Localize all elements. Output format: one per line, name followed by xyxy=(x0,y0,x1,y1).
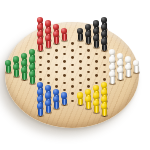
board-hole xyxy=(71,71,74,74)
peg-body xyxy=(6,65,11,73)
board-hole xyxy=(63,74,66,77)
peg-body xyxy=(14,69,19,77)
board-hole xyxy=(95,60,98,63)
peg-body xyxy=(102,108,107,116)
board-hole xyxy=(79,60,82,63)
board-hole xyxy=(87,85,90,88)
board-hole xyxy=(63,89,66,92)
peg-blue xyxy=(61,92,68,105)
board-hole xyxy=(71,64,74,67)
board-hole xyxy=(39,71,42,74)
board-hole xyxy=(71,56,74,59)
peg-yellow xyxy=(77,92,84,105)
peg-white xyxy=(125,64,132,77)
peg-body xyxy=(134,65,139,73)
peg-body xyxy=(86,101,91,109)
peg-head xyxy=(77,92,84,98)
board-hole xyxy=(71,100,74,103)
peg-body xyxy=(38,44,43,52)
peg-body xyxy=(54,36,59,44)
peg-red xyxy=(45,35,52,48)
peg-body xyxy=(62,98,67,106)
peg-head xyxy=(13,56,20,62)
peg-body xyxy=(94,40,99,48)
board-hole xyxy=(103,64,106,67)
board-hole xyxy=(71,92,74,95)
board-hole xyxy=(71,42,74,45)
peg-head xyxy=(109,56,116,62)
peg-head xyxy=(45,100,52,106)
peg-black xyxy=(101,38,108,51)
board-hole xyxy=(63,60,66,63)
peg-head xyxy=(93,28,100,34)
peg-white xyxy=(133,60,140,73)
peg-green xyxy=(5,60,12,73)
peg-body xyxy=(78,33,83,41)
board-hole xyxy=(71,49,74,52)
board-hole xyxy=(47,67,50,70)
board-hole xyxy=(55,64,58,67)
peg-head xyxy=(93,92,100,98)
peg-head xyxy=(93,20,100,26)
peg-head xyxy=(29,64,36,70)
peg-yellow xyxy=(101,103,108,116)
peg-body xyxy=(22,72,27,80)
board-hole xyxy=(79,53,82,56)
peg-body xyxy=(126,69,131,77)
peg-body xyxy=(118,72,123,80)
board-hole xyxy=(103,78,106,81)
peg-green xyxy=(29,71,36,84)
peg-black xyxy=(77,28,84,41)
peg-head xyxy=(13,64,20,70)
peg-body xyxy=(46,105,51,113)
peg-body xyxy=(102,44,107,52)
board-hole xyxy=(39,64,42,67)
peg-red xyxy=(61,28,68,41)
board-hole xyxy=(63,53,66,56)
board-hole xyxy=(79,82,82,85)
peg-head xyxy=(37,38,44,44)
board-hole xyxy=(103,71,106,74)
peg-body xyxy=(94,105,99,113)
peg-and-hole-layer xyxy=(0,0,150,150)
board-hole xyxy=(95,53,98,56)
board-hole xyxy=(47,53,50,56)
board-hole xyxy=(79,67,82,70)
peg-head xyxy=(61,92,68,98)
peg-head xyxy=(45,92,52,98)
board-hole xyxy=(55,85,58,88)
peg-body xyxy=(86,36,91,44)
board-hole xyxy=(47,60,50,63)
board-hole xyxy=(79,46,82,49)
peg-body xyxy=(62,33,67,41)
peg-head xyxy=(109,64,116,70)
peg-body xyxy=(78,98,83,106)
board-hole xyxy=(55,56,58,59)
board-hole xyxy=(87,78,90,81)
board-hole xyxy=(103,56,106,59)
peg-blue xyxy=(53,96,60,109)
peg-head xyxy=(37,82,44,88)
peg-head xyxy=(93,100,100,106)
peg-red xyxy=(37,38,44,51)
peg-blue xyxy=(37,103,44,116)
peg-green xyxy=(21,67,28,80)
board-hole xyxy=(87,49,90,52)
peg-red xyxy=(53,31,60,44)
peg-body xyxy=(30,76,35,84)
board-hole xyxy=(95,67,98,70)
board-hole xyxy=(95,82,98,85)
board-hole xyxy=(87,64,90,67)
peg-green xyxy=(13,64,20,77)
peg-head xyxy=(61,28,68,34)
board-hole xyxy=(79,74,82,77)
peg-white xyxy=(109,71,116,84)
peg-body xyxy=(54,101,59,109)
peg-yellow xyxy=(93,100,100,113)
peg-blue xyxy=(45,100,52,113)
board-hole xyxy=(71,78,74,81)
peg-black xyxy=(93,35,100,48)
board-hole xyxy=(63,46,66,49)
board-hole xyxy=(39,56,42,59)
board-hole xyxy=(55,49,58,52)
peg-head xyxy=(125,56,132,62)
board-hole xyxy=(95,74,98,77)
peg-body xyxy=(46,40,51,48)
board-hole xyxy=(47,74,50,77)
peg-white xyxy=(117,67,124,80)
peg-head xyxy=(101,82,108,88)
board-hole xyxy=(87,71,90,74)
peg-black xyxy=(85,31,92,44)
peg-body xyxy=(38,108,43,116)
board-hole xyxy=(63,67,66,70)
board-hole xyxy=(87,56,90,59)
chinese-checkers-product-photo xyxy=(0,0,150,150)
peg-body xyxy=(110,76,115,84)
board-hole xyxy=(71,85,74,88)
peg-head xyxy=(77,28,84,34)
peg-head xyxy=(45,28,52,34)
board-hole xyxy=(63,82,66,85)
board-hole xyxy=(79,89,82,92)
peg-head xyxy=(29,56,36,62)
board-hole xyxy=(39,78,42,81)
peg-yellow xyxy=(85,96,92,109)
board-hole xyxy=(55,78,58,81)
peg-head xyxy=(125,64,132,70)
peg-head xyxy=(101,38,108,44)
board-hole xyxy=(55,71,58,74)
board-hole xyxy=(47,82,50,85)
peg-head xyxy=(45,20,52,26)
